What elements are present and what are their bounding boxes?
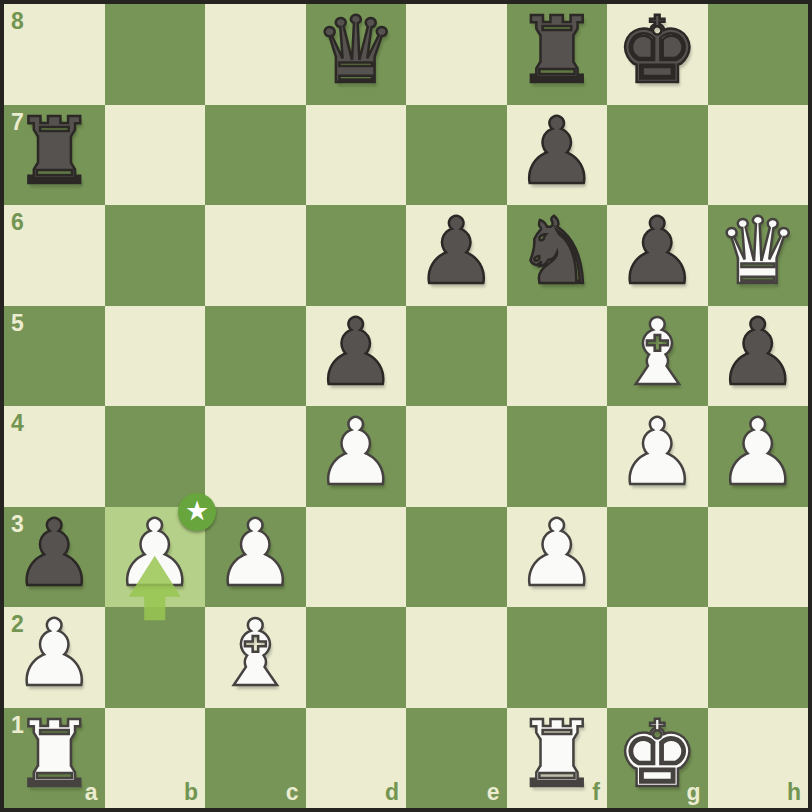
square-f7[interactable]: ♟ (507, 105, 608, 206)
square-d4[interactable]: ♟ (306, 406, 407, 507)
square-a1[interactable]: ♜1a (4, 708, 105, 809)
square-b7[interactable] (105, 105, 206, 206)
square-b1[interactable]: b (105, 708, 206, 809)
piece-black-pawn[interactable]: ♟ (717, 307, 799, 399)
piece-white-pawn[interactable]: ♟ (214, 508, 296, 600)
piece-white-pawn[interactable]: ♟ (516, 508, 598, 600)
piece-black-pawn[interactable]: ♟ (415, 206, 497, 298)
rank-label-3: 3 (11, 513, 24, 536)
file-label-a: a (85, 781, 98, 804)
piece-black-pawn[interactable]: ♟ (315, 307, 397, 399)
piece-black-rook[interactable]: ♜ (13, 106, 95, 198)
square-d6[interactable] (306, 205, 407, 306)
piece-black-pawn[interactable]: ♟ (13, 508, 95, 600)
piece-white-rook[interactable]: ♜ (13, 709, 95, 801)
chess-board: 8♛♜♚♜7♟6♟♞♟♛5♟♝♟4♟♟♟♟3♟♟♟♟2♝♜1abcde♜f♚gh… (0, 0, 812, 812)
file-label-g: g (686, 781, 700, 804)
square-d5[interactable]: ♟ (306, 306, 407, 407)
square-h1[interactable]: h (708, 708, 809, 809)
file-label-d: d (385, 781, 399, 804)
square-a6[interactable]: 6 (4, 205, 105, 306)
square-a4[interactable]: 4 (4, 406, 105, 507)
rank-label-7: 7 (11, 111, 24, 134)
square-b2[interactable] (105, 607, 206, 708)
square-e3[interactable] (406, 507, 507, 608)
square-g8[interactable]: ♚ (607, 4, 708, 105)
square-d2[interactable] (306, 607, 407, 708)
square-f5[interactable] (507, 306, 608, 407)
square-a7[interactable]: ♜7 (4, 105, 105, 206)
square-f1[interactable]: ♜f (507, 708, 608, 809)
square-b5[interactable] (105, 306, 206, 407)
piece-white-pawn[interactable]: ♟ (717, 407, 799, 499)
square-g3[interactable] (607, 507, 708, 608)
file-label-f: f (592, 781, 600, 804)
square-e6[interactable]: ♟ (406, 205, 507, 306)
square-e5[interactable] (406, 306, 507, 407)
square-h4[interactable]: ♟ (708, 406, 809, 507)
square-d3[interactable] (306, 507, 407, 608)
square-e8[interactable] (406, 4, 507, 105)
board-grid: 8♛♜♚♜7♟6♟♞♟♛5♟♝♟4♟♟♟♟3♟♟♟♟2♝♜1abcde♜f♚gh (4, 4, 808, 808)
piece-white-pawn[interactable]: ♟ (315, 407, 397, 499)
square-a8[interactable]: 8 (4, 4, 105, 105)
piece-white-rook[interactable]: ♜ (516, 709, 598, 801)
square-c8[interactable] (205, 4, 306, 105)
square-c5[interactable] (205, 306, 306, 407)
square-f3[interactable]: ♟ (507, 507, 608, 608)
square-e1[interactable]: e (406, 708, 507, 809)
square-g7[interactable] (607, 105, 708, 206)
piece-white-pawn[interactable]: ♟ (13, 608, 95, 700)
square-d8[interactable]: ♛ (306, 4, 407, 105)
file-label-c: c (286, 781, 299, 804)
square-g6[interactable]: ♟ (607, 205, 708, 306)
piece-black-pawn[interactable]: ♟ (516, 106, 598, 198)
square-g4[interactable]: ♟ (607, 406, 708, 507)
square-g1[interactable]: ♚g (607, 708, 708, 809)
file-label-e: e (487, 781, 500, 804)
square-h7[interactable] (708, 105, 809, 206)
rank-label-4: 4 (11, 412, 24, 435)
star-icon: ★ (185, 497, 209, 524)
square-f6[interactable]: ♞ (507, 205, 608, 306)
square-a5[interactable]: 5 (4, 306, 105, 407)
piece-black-king[interactable]: ♚ (616, 5, 698, 97)
square-c4[interactable] (205, 406, 306, 507)
square-h2[interactable] (708, 607, 809, 708)
piece-black-queen[interactable]: ♛ (315, 5, 397, 97)
square-b6[interactable] (105, 205, 206, 306)
square-c7[interactable] (205, 105, 306, 206)
square-h8[interactable] (708, 4, 809, 105)
square-f4[interactable] (507, 406, 608, 507)
rank-label-1: 1 (11, 714, 24, 737)
square-b4[interactable] (105, 406, 206, 507)
square-c3[interactable]: ♟ (205, 507, 306, 608)
piece-white-pawn[interactable]: ♟ (616, 407, 698, 499)
best-move-star-badge: ★ (178, 493, 216, 531)
square-b8[interactable] (105, 4, 206, 105)
square-d1[interactable]: d (306, 708, 407, 809)
file-label-h: h (787, 781, 801, 804)
square-h5[interactable]: ♟ (708, 306, 809, 407)
square-a2[interactable]: ♟2 (4, 607, 105, 708)
square-g2[interactable] (607, 607, 708, 708)
square-g5[interactable]: ♝ (607, 306, 708, 407)
square-d7[interactable] (306, 105, 407, 206)
square-h3[interactable] (708, 507, 809, 608)
piece-white-bishop[interactable]: ♝ (616, 307, 698, 399)
square-c1[interactable]: c (205, 708, 306, 809)
square-a3[interactable]: ♟3 (4, 507, 105, 608)
rank-label-8: 8 (11, 10, 24, 33)
piece-white-bishop[interactable]: ♝ (214, 608, 296, 700)
piece-black-knight[interactable]: ♞ (516, 206, 598, 298)
file-label-b: b (184, 781, 198, 804)
piece-white-queen[interactable]: ♛ (717, 206, 799, 298)
rank-label-5: 5 (11, 312, 24, 335)
square-c6[interactable] (205, 205, 306, 306)
piece-black-pawn[interactable]: ♟ (616, 206, 698, 298)
square-c2[interactable]: ♝ (205, 607, 306, 708)
square-h6[interactable]: ♛ (708, 205, 809, 306)
square-f2[interactable] (507, 607, 608, 708)
rank-label-2: 2 (11, 613, 24, 636)
square-e4[interactable] (406, 406, 507, 507)
square-f8[interactable]: ♜ (507, 4, 608, 105)
square-e7[interactable] (406, 105, 507, 206)
square-e2[interactable] (406, 607, 507, 708)
rank-label-6: 6 (11, 211, 24, 234)
piece-black-rook[interactable]: ♜ (516, 5, 598, 97)
